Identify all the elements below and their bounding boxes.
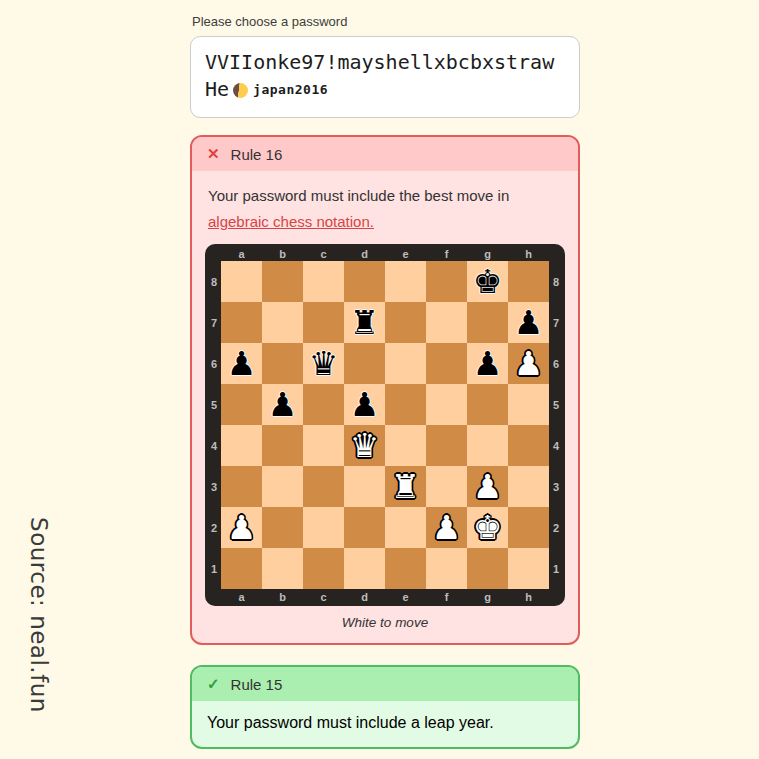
file-label-f-top: f [426,246,467,261]
piece-white-pawn: ♟ [227,511,257,544]
square-b8 [262,261,303,302]
rule-15-header: ✓ Rule 15 [192,667,578,701]
square-g4 [467,425,508,466]
square-c7 [303,302,344,343]
piece-black-king: ♚ [473,265,503,298]
piece-white-queen: ♛ [350,429,380,462]
square-f5 [426,384,467,425]
chess-board: abcdefgh8♚87♜♟76♟♛♟♟65♟♟54♛43♜♟32♟♟♚211a… [205,244,565,606]
piece-black-queen: ♛ [309,347,339,380]
square-h6: ♟ [508,343,549,384]
square-g3: ♟ [467,466,508,507]
square-h5 [508,384,549,425]
square-d1 [344,548,385,589]
square-c8 [303,261,344,302]
square-e1 [385,548,426,589]
rank-label-5-right: 5 [549,384,563,425]
square-e3: ♜ [385,466,426,507]
square-a3 [221,466,262,507]
file-label-d-bottom: d [344,589,385,604]
square-b3 [262,466,303,507]
rule-16-text: Your password must include the best move… [208,183,562,234]
square-h2 [508,507,549,548]
square-c1 [303,548,344,589]
square-h7: ♟ [508,302,549,343]
piece-white-pawn: ♟ [432,511,462,544]
square-c2 [303,507,344,548]
rule-16-header: ✕ Rule 16 [192,137,578,171]
file-label-d-top: d [344,246,385,261]
board-corner [549,589,563,604]
square-e8 [385,261,426,302]
file-label-b-bottom: b [262,589,303,604]
square-a1 [221,548,262,589]
file-label-f-bottom: f [426,589,467,604]
square-c6: ♛ [303,343,344,384]
rank-label-3-left: 3 [207,466,221,507]
file-label-h-bottom: h [508,589,549,604]
waxing-gibbous-moon-icon [233,83,248,98]
piece-black-pawn: ♟ [227,347,257,380]
rank-label-4-left: 4 [207,425,221,466]
square-c4 [303,425,344,466]
square-g5 [467,384,508,425]
file-label-h-top: h [508,246,549,261]
square-e2 [385,507,426,548]
file-label-b-top: b [262,246,303,261]
file-label-a-bottom: a [221,589,262,604]
square-a5 [221,384,262,425]
file-label-e-top: e [385,246,426,261]
square-h8 [508,261,549,302]
piece-black-pawn: ♟ [473,347,503,380]
check-icon: ✓ [207,675,220,693]
square-d3 [344,466,385,507]
password-input[interactable]: VVIIonke97!mayshellxbcbxstraw He japan20… [190,36,580,118]
x-icon: ✕ [207,145,220,163]
piece-white-rook: ♜ [391,470,421,503]
square-d5: ♟ [344,384,385,425]
square-d6 [344,343,385,384]
side-to-move-caption: White to move [206,606,564,643]
square-d8 [344,261,385,302]
square-d4: ♛ [344,425,385,466]
square-d2 [344,507,385,548]
file-label-g-top: g [467,246,508,261]
rank-label-1-left: 1 [207,548,221,589]
rule-16-body: Your password must include the best move… [192,171,578,643]
square-c3 [303,466,344,507]
file-label-e-bottom: e [385,589,426,604]
square-a7 [221,302,262,343]
square-e4 [385,425,426,466]
piece-black-pawn: ♟ [514,306,544,339]
rank-label-1-right: 1 [549,548,563,589]
square-e6 [385,343,426,384]
chess-notation-link[interactable]: algebraic chess notation. [208,213,374,230]
square-f2: ♟ [426,507,467,548]
source-attribution: Source: neal.fun [26,517,52,713]
board-corner [549,246,563,261]
rule-15-card: ✓ Rule 15 Your password must include a l… [190,665,580,749]
square-h3 [508,466,549,507]
password-text-line1: VVIIonke97!mayshellxbcbxstraw [205,48,565,76]
square-b5: ♟ [262,384,303,425]
password-text-line2: He japan2016 [205,76,565,103]
square-b7 [262,302,303,343]
rank-label-2-right: 2 [549,507,563,548]
piece-black-pawn: ♟ [350,388,380,421]
board-wrapper: abcdefgh8♚87♜♟76♟♛♟♟65♟♟54♛43♜♟32♟♟♚211a… [206,244,564,606]
square-a6: ♟ [221,343,262,384]
square-a8 [221,261,262,302]
piece-white-king: ♚ [473,511,503,544]
rule-15-text: Your password must include a leap year. [207,714,494,731]
piece-white-pawn: ♟ [514,347,544,380]
page: { "page": { "source_label": "Source: nea… [0,0,759,759]
square-g1 [467,548,508,589]
password-label: Please choose a password [192,14,580,29]
square-b6 [262,343,303,384]
piece-white-pawn: ♟ [473,470,503,503]
square-f7 [426,302,467,343]
piece-black-pawn: ♟ [268,388,298,421]
file-label-g-bottom: g [467,589,508,604]
square-b2 [262,507,303,548]
board-corner [207,246,221,261]
rank-label-2-left: 2 [207,507,221,548]
file-label-c-top: c [303,246,344,261]
rule-15-title: Rule 15 [231,676,283,693]
file-label-a-top: a [221,246,262,261]
password-text-year: japan2016 [253,81,328,99]
square-d7: ♜ [344,302,385,343]
rank-label-8-left: 8 [207,261,221,302]
rule-16-title: Rule 16 [231,146,283,163]
square-h1 [508,548,549,589]
board-corner [207,589,221,604]
square-g6: ♟ [467,343,508,384]
rank-label-6-left: 6 [207,343,221,384]
square-a4 [221,425,262,466]
rank-label-5-left: 5 [207,384,221,425]
square-f6 [426,343,467,384]
rank-label-7-right: 7 [549,302,563,343]
square-b1 [262,548,303,589]
square-g7 [467,302,508,343]
square-g2: ♚ [467,507,508,548]
square-f1 [426,548,467,589]
rank-label-8-right: 8 [549,261,563,302]
rank-label-7-left: 7 [207,302,221,343]
square-f4 [426,425,467,466]
rank-label-4-right: 4 [549,425,563,466]
square-f8 [426,261,467,302]
square-f3 [426,466,467,507]
square-e5 [385,384,426,425]
rank-label-3-right: 3 [549,466,563,507]
square-h4 [508,425,549,466]
rule-15-body: Your password must include a leap year. [192,701,578,747]
file-label-c-bottom: c [303,589,344,604]
square-a2: ♟ [221,507,262,548]
rule-16-card: ✕ Rule 16 Your password must include the… [190,135,580,645]
password-text-he: He [205,76,229,103]
square-g8: ♚ [467,261,508,302]
piece-black-rook: ♜ [350,306,380,339]
rank-label-6-right: 6 [549,343,563,384]
square-b4 [262,425,303,466]
content-column: Please choose a password VVIIonke97!mays… [190,12,580,749]
rule-16-text-plain: Your password must include the best move… [208,187,509,204]
square-c5 [303,384,344,425]
square-e7 [385,302,426,343]
